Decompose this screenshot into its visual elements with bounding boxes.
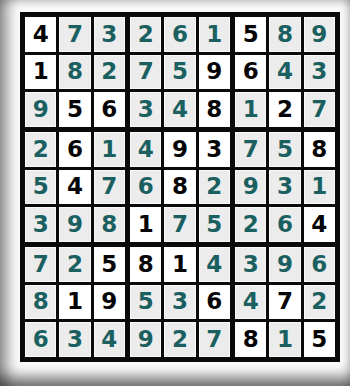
cell-r3c5[interactable]: 4 xyxy=(164,92,195,127)
sudoku-box-6: 758931264 xyxy=(235,132,335,242)
cell-r9c2[interactable]: 3 xyxy=(59,322,90,357)
cell-r8c8: 7 xyxy=(269,285,300,320)
cell-r2c1: 1 xyxy=(25,55,56,90)
cell-r6c3[interactable]: 8 xyxy=(94,207,125,242)
cell-r2c5[interactable]: 5 xyxy=(164,55,195,90)
cell-r2c3[interactable]: 2 xyxy=(94,55,125,90)
cell-r6c2[interactable]: 9 xyxy=(59,207,90,242)
cell-r2c4[interactable]: 7 xyxy=(130,55,161,90)
cell-r2c7: 6 xyxy=(235,55,266,90)
cell-r9c7: 8 xyxy=(235,322,266,357)
cell-r4c1[interactable]: 2 xyxy=(25,132,56,167)
cell-r5c5: 8 xyxy=(164,170,195,205)
cell-r7c4: 8 xyxy=(130,247,161,282)
cell-r3c1[interactable]: 9 xyxy=(25,92,56,127)
cell-r6c4: 1 xyxy=(130,207,161,242)
cell-r1c3[interactable]: 3 xyxy=(94,17,125,52)
cell-r4c3[interactable]: 1 xyxy=(94,132,125,167)
cell-r2c6: 9 xyxy=(199,55,230,90)
sudoku-board: 473182956 261759348 589643127 261547398 … xyxy=(20,12,340,362)
cell-r5c2: 4 xyxy=(59,170,90,205)
cell-r9c1[interactable]: 6 xyxy=(25,322,56,357)
cell-r8c3: 9 xyxy=(94,285,125,320)
cell-r6c8[interactable]: 6 xyxy=(269,207,300,242)
cell-r2c8[interactable]: 4 xyxy=(269,55,300,90)
sudoku-box-5: 493682175 xyxy=(130,132,230,242)
cell-r8c1[interactable]: 8 xyxy=(25,285,56,320)
sudoku-box-1: 473182956 xyxy=(25,17,125,127)
cell-r6c6[interactable]: 5 xyxy=(199,207,230,242)
cell-r4c9: 8 xyxy=(304,132,335,167)
cell-r1c5[interactable]: 6 xyxy=(164,17,195,52)
sudoku-box-3: 589643127 xyxy=(235,17,335,127)
cell-r7c8[interactable]: 9 xyxy=(269,247,300,282)
cell-r5c6[interactable]: 2 xyxy=(199,170,230,205)
cell-r3c4[interactable]: 3 xyxy=(130,92,161,127)
cell-r7c1[interactable]: 7 xyxy=(25,247,56,282)
cell-r7c9[interactable]: 6 xyxy=(304,247,335,282)
cell-r1c8[interactable]: 8 xyxy=(269,17,300,52)
sudoku-box-4: 261547398 xyxy=(25,132,125,242)
cell-r4c5: 9 xyxy=(164,132,195,167)
sudoku-page: 473182956 261759348 589643127 261547398 … xyxy=(0,0,350,386)
cell-r1c1: 4 xyxy=(25,17,56,52)
cell-r9c4[interactable]: 9 xyxy=(130,322,161,357)
cell-r7c2[interactable]: 2 xyxy=(59,247,90,282)
sudoku-box-2: 261759348 xyxy=(130,17,230,127)
cell-r7c6[interactable]: 4 xyxy=(199,247,230,282)
cell-r3c9[interactable]: 7 xyxy=(304,92,335,127)
cell-r3c6: 8 xyxy=(199,92,230,127)
cell-r3c7[interactable]: 1 xyxy=(235,92,266,127)
cell-r6c5[interactable]: 7 xyxy=(164,207,195,242)
cell-r1c7: 5 xyxy=(235,17,266,52)
cell-r8c4[interactable]: 5 xyxy=(130,285,161,320)
cell-r6c7[interactable]: 2 xyxy=(235,207,266,242)
cell-r8c6: 6 xyxy=(199,285,230,320)
cell-r3c3: 6 xyxy=(94,92,125,127)
cell-r9c9: 5 xyxy=(304,322,335,357)
cell-r8c7[interactable]: 4 xyxy=(235,285,266,320)
cell-r4c2: 6 xyxy=(59,132,90,167)
cell-r9c8[interactable]: 1 xyxy=(269,322,300,357)
cell-r1c4[interactable]: 2 xyxy=(130,17,161,52)
cell-r5c4[interactable]: 6 xyxy=(130,170,161,205)
cell-r1c9[interactable]: 9 xyxy=(304,17,335,52)
cell-r4c4[interactable]: 4 xyxy=(130,132,161,167)
cell-r1c2[interactable]: 7 xyxy=(59,17,90,52)
cell-r2c9[interactable]: 3 xyxy=(304,55,335,90)
cell-r6c9: 4 xyxy=(304,207,335,242)
cell-r3c8: 2 xyxy=(269,92,300,127)
cell-r7c5: 1 xyxy=(164,247,195,282)
cell-r7c7[interactable]: 3 xyxy=(235,247,266,282)
cell-r4c7[interactable]: 7 xyxy=(235,132,266,167)
sudoku-box-9: 396472815 xyxy=(235,247,335,357)
cell-r5c3[interactable]: 7 xyxy=(94,170,125,205)
cell-r1c6[interactable]: 1 xyxy=(199,17,230,52)
cell-r5c8[interactable]: 3 xyxy=(269,170,300,205)
cell-r4c6: 3 xyxy=(199,132,230,167)
cell-r6c1[interactable]: 3 xyxy=(25,207,56,242)
cell-r9c3[interactable]: 4 xyxy=(94,322,125,357)
cell-r8c5[interactable]: 3 xyxy=(164,285,195,320)
cell-r4c8[interactable]: 5 xyxy=(269,132,300,167)
cell-r5c7[interactable]: 9 xyxy=(235,170,266,205)
cell-r9c6[interactable]: 7 xyxy=(199,322,230,357)
cell-r7c3: 5 xyxy=(94,247,125,282)
cell-r5c1[interactable]: 5 xyxy=(25,170,56,205)
sudoku-box-7: 725819634 xyxy=(25,247,125,357)
sudoku-box-8: 814536927 xyxy=(130,247,230,357)
cell-r9c5[interactable]: 2 xyxy=(164,322,195,357)
cell-r2c2[interactable]: 8 xyxy=(59,55,90,90)
cell-r8c2: 1 xyxy=(59,285,90,320)
cell-r8c9[interactable]: 2 xyxy=(304,285,335,320)
cell-r5c9[interactable]: 1 xyxy=(304,170,335,205)
cell-r3c2: 5 xyxy=(59,92,90,127)
